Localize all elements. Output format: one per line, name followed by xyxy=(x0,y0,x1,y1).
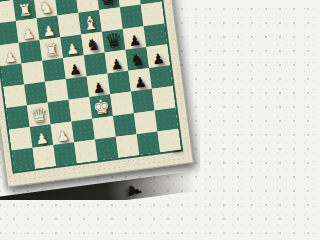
square-g5[interactable]: ♞ xyxy=(125,47,149,71)
square-g7[interactable] xyxy=(120,5,144,29)
square-c7[interactable]: ♟ xyxy=(37,16,61,40)
square-f4[interactable] xyxy=(107,71,131,95)
piece-white-knight[interactable]: ♞ xyxy=(38,0,54,17)
square-h5[interactable]: ♟ xyxy=(146,44,170,68)
square-f3[interactable] xyxy=(110,92,134,116)
piece-black-knight[interactable]: ♞ xyxy=(85,36,101,54)
piece-white-pawn[interactable]: ♟ xyxy=(56,128,70,144)
square-h2[interactable] xyxy=(155,107,179,131)
square-h6[interactable] xyxy=(144,23,168,47)
board-grid: ♜♞♚♟♟♝♟♜♟♞♛♟♟♟♞♟♟♟♛♚♟♟ xyxy=(0,0,181,171)
square-c6[interactable]: ♜ xyxy=(39,37,63,61)
square-a1[interactable] xyxy=(12,148,36,172)
square-d4[interactable] xyxy=(66,76,90,100)
piece-white-bishop[interactable]: ♝ xyxy=(81,13,99,33)
square-e6[interactable]: ♞ xyxy=(81,31,105,55)
square-b2[interactable]: ♟ xyxy=(30,124,54,148)
square-e1[interactable] xyxy=(95,137,119,161)
piece-black-knight[interactable]: ♞ xyxy=(129,52,145,70)
square-b7[interactable]: ♟ xyxy=(16,18,40,42)
piece-black-pawn[interactable]: ♟ xyxy=(110,56,124,72)
piece-black-pawn[interactable]: ♟ xyxy=(151,51,165,67)
captured-black-pawn-lying[interactable]: ♟ xyxy=(127,183,144,200)
chess-board: ılıılıl ✣ ♜♞♚♟♟♝♟♜♟♞♛♟♟♟♞♟♟♟♛♚♟♟ ♟ xyxy=(0,0,194,187)
square-a5[interactable] xyxy=(1,63,25,87)
square-e5[interactable] xyxy=(84,52,108,76)
square-d1[interactable] xyxy=(74,139,98,163)
square-c3[interactable] xyxy=(48,100,72,124)
square-e7[interactable]: ♝ xyxy=(78,10,102,34)
piece-white-queen[interactable]: ♛ xyxy=(29,104,48,125)
piece-white-rook[interactable]: ♜ xyxy=(43,41,59,59)
piece-black-pawn[interactable]: ♟ xyxy=(68,62,82,78)
square-a3[interactable] xyxy=(6,105,30,129)
piece-white-king[interactable]: ♚ xyxy=(92,96,111,117)
square-c1[interactable] xyxy=(53,142,77,166)
square-f2[interactable] xyxy=(113,113,137,137)
square-b6[interactable] xyxy=(19,40,43,64)
square-g6[interactable]: ♟ xyxy=(123,26,147,50)
piece-white-pawn[interactable]: ♟ xyxy=(42,22,56,38)
square-h4[interactable] xyxy=(149,65,173,89)
square-g4[interactable]: ♟ xyxy=(128,68,152,92)
piece-white-pawn[interactable]: ♟ xyxy=(65,41,79,57)
piece-white-pawn[interactable]: ♟ xyxy=(21,25,35,41)
square-f6[interactable]: ♛ xyxy=(102,29,126,53)
square-h1[interactable] xyxy=(157,128,181,152)
square-e3[interactable]: ♚ xyxy=(89,94,113,118)
square-h3[interactable] xyxy=(152,86,176,110)
square-c4[interactable] xyxy=(45,79,69,103)
square-d3[interactable] xyxy=(69,97,93,121)
square-b1[interactable] xyxy=(32,145,56,169)
square-b3[interactable]: ♛ xyxy=(27,103,51,127)
square-c5[interactable] xyxy=(42,58,66,82)
square-d5[interactable]: ♟ xyxy=(63,55,87,79)
square-a4[interactable] xyxy=(3,84,27,108)
piece-black-queen[interactable]: ♛ xyxy=(104,30,123,51)
piece-white-rook[interactable]: ♜ xyxy=(17,2,33,20)
square-d2[interactable] xyxy=(71,118,95,142)
square-g3[interactable] xyxy=(131,89,155,113)
square-b5[interactable] xyxy=(21,61,45,85)
piece-black-pawn[interactable]: ♟ xyxy=(92,80,106,96)
square-e2[interactable] xyxy=(92,116,116,140)
table-surface: ılıılıl ✣ ♜♞♚♟♟♝♟♜♟♞♛♟♟♟♞♟♟♟♛♚♟♟ ♟ ♟ xyxy=(0,0,200,200)
piece-white-pawn[interactable]: ♟ xyxy=(35,131,49,147)
piece-black-pawn[interactable]: ♟ xyxy=(128,33,142,49)
square-h7[interactable] xyxy=(141,2,165,26)
square-c2[interactable]: ♟ xyxy=(51,121,75,145)
square-a2[interactable] xyxy=(9,127,33,151)
square-g2[interactable] xyxy=(134,110,158,134)
square-f5[interactable]: ♟ xyxy=(105,50,129,74)
square-f1[interactable] xyxy=(116,134,140,158)
square-d7[interactable] xyxy=(57,13,81,37)
piece-white-pawn[interactable]: ♟ xyxy=(3,49,17,65)
square-g1[interactable] xyxy=(137,131,161,155)
square-d6[interactable]: ♟ xyxy=(60,34,84,58)
piece-black-pawn[interactable]: ♟ xyxy=(133,75,147,91)
